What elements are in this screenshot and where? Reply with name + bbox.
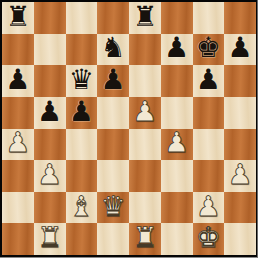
square-c2[interactable]: ♝: [66, 192, 98, 224]
square-b8[interactable]: [34, 2, 66, 34]
square-d3[interactable]: [97, 160, 129, 192]
white-pawn: ♟: [164, 129, 189, 157]
square-d7[interactable]: ♞: [97, 34, 129, 66]
square-c8[interactable]: [66, 2, 98, 34]
square-c6[interactable]: ♛: [66, 65, 98, 97]
square-g4[interactable]: [193, 129, 225, 161]
black-pawn: ♟: [196, 66, 221, 94]
square-c3[interactable]: [66, 160, 98, 192]
square-f1[interactable]: [161, 223, 193, 255]
white-pawn: ♟: [196, 193, 221, 221]
white-pawn: ♟: [5, 129, 30, 157]
black-king: ♚: [196, 34, 221, 62]
square-d4[interactable]: [97, 129, 129, 161]
square-e4[interactable]: [129, 129, 161, 161]
square-f4[interactable]: ♟: [161, 129, 193, 161]
square-a8[interactable]: ♜: [2, 2, 34, 34]
square-g2[interactable]: ♟: [193, 192, 225, 224]
square-f6[interactable]: [161, 65, 193, 97]
square-h6[interactable]: [224, 65, 256, 97]
square-c1[interactable]: [66, 223, 98, 255]
square-f5[interactable]: [161, 97, 193, 129]
square-a4[interactable]: ♟: [2, 129, 34, 161]
square-a6[interactable]: ♟: [2, 65, 34, 97]
square-h3[interactable]: ♟: [224, 160, 256, 192]
square-a3[interactable]: [2, 160, 34, 192]
square-c4[interactable]: [66, 129, 98, 161]
black-pawn: ♟: [5, 66, 30, 94]
square-a7[interactable]: [2, 34, 34, 66]
square-d1[interactable]: [97, 223, 129, 255]
square-g7[interactable]: ♚: [193, 34, 225, 66]
square-f7[interactable]: ♟: [161, 34, 193, 66]
square-c7[interactable]: [66, 34, 98, 66]
square-d8[interactable]: [97, 2, 129, 34]
black-pawn: ♟: [101, 66, 126, 94]
square-f2[interactable]: [161, 192, 193, 224]
square-b6[interactable]: [34, 65, 66, 97]
square-a1[interactable]: [2, 223, 34, 255]
square-g1[interactable]: ♚: [193, 223, 225, 255]
square-e3[interactable]: [129, 160, 161, 192]
square-g8[interactable]: [193, 2, 225, 34]
square-b2[interactable]: [34, 192, 66, 224]
square-d6[interactable]: ♟: [97, 65, 129, 97]
black-rook: ♜: [5, 3, 30, 31]
square-e1[interactable]: ♜: [129, 223, 161, 255]
square-a5[interactable]: [2, 97, 34, 129]
square-g3[interactable]: [193, 160, 225, 192]
black-pawn: ♟: [37, 98, 62, 126]
white-pawn: ♟: [228, 161, 253, 189]
board-frame: ♜♜♞♟♚♟♟♛♟♟♟♟♟♟♟♟♟♝♛♟♜♜♚: [0, 0, 258, 258]
black-pawn: ♟: [69, 98, 94, 126]
square-h1[interactable]: [224, 223, 256, 255]
square-h7[interactable]: ♟: [224, 34, 256, 66]
square-g5[interactable]: [193, 97, 225, 129]
square-h2[interactable]: [224, 192, 256, 224]
square-e6[interactable]: [129, 65, 161, 97]
square-e7[interactable]: [129, 34, 161, 66]
black-pawn: ♟: [164, 34, 189, 62]
square-f8[interactable]: [161, 2, 193, 34]
square-h5[interactable]: [224, 97, 256, 129]
square-d5[interactable]: [97, 97, 129, 129]
square-e2[interactable]: [129, 192, 161, 224]
white-king: ♚: [196, 224, 221, 252]
square-b4[interactable]: [34, 129, 66, 161]
square-b7[interactable]: [34, 34, 66, 66]
chess-board: ♜♜♞♟♚♟♟♛♟♟♟♟♟♟♟♟♟♝♛♟♜♜♚: [2, 2, 256, 255]
square-b3[interactable]: ♟: [34, 160, 66, 192]
square-d2[interactable]: ♛: [97, 192, 129, 224]
square-e5[interactable]: ♟: [129, 97, 161, 129]
square-g6[interactable]: ♟: [193, 65, 225, 97]
square-h8[interactable]: [224, 2, 256, 34]
white-queen: ♛: [101, 193, 126, 221]
square-a2[interactable]: [2, 192, 34, 224]
black-queen: ♛: [69, 66, 94, 94]
white-rook: ♜: [37, 224, 62, 252]
white-bishop: ♝: [69, 193, 94, 221]
square-c5[interactable]: ♟: [66, 97, 98, 129]
white-pawn: ♟: [37, 161, 62, 189]
white-rook: ♜: [132, 224, 157, 252]
square-b5[interactable]: ♟: [34, 97, 66, 129]
black-pawn: ♟: [228, 34, 253, 62]
square-f3[interactable]: [161, 160, 193, 192]
white-pawn: ♟: [132, 98, 157, 126]
square-e8[interactable]: ♜: [129, 2, 161, 34]
black-rook: ♜: [132, 3, 157, 31]
square-b1[interactable]: ♜: [34, 223, 66, 255]
square-h4[interactable]: [224, 129, 256, 161]
black-knight: ♞: [101, 34, 126, 62]
